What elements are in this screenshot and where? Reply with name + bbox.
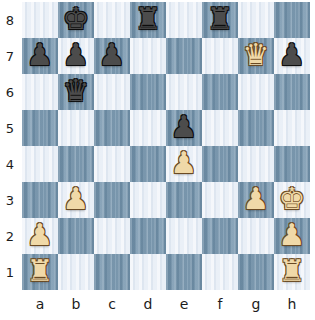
square-h5[interactable] — [274, 110, 310, 146]
square-b7[interactable]: ♟ — [58, 38, 94, 74]
square-h8[interactable] — [274, 2, 310, 38]
square-a4[interactable] — [22, 146, 58, 182]
square-e8[interactable] — [166, 2, 202, 38]
square-g2[interactable] — [238, 218, 274, 254]
piece-black-rook-f8[interactable]: ♜ — [207, 1, 234, 37]
square-d8[interactable]: ♜ — [130, 2, 166, 38]
square-b3[interactable]: ♟ — [58, 182, 94, 218]
piece-black-pawn-a7[interactable]: ♟ — [27, 37, 54, 73]
square-b1[interactable] — [58, 254, 94, 290]
square-g8[interactable] — [238, 2, 274, 38]
square-f7[interactable] — [202, 38, 238, 74]
square-a1[interactable]: ♜ — [22, 254, 58, 290]
piece-white-king-h3[interactable]: ♚ — [279, 181, 306, 217]
square-c8[interactable] — [94, 2, 130, 38]
file-label-b: b — [58, 291, 94, 317]
file-label-f: f — [202, 291, 238, 317]
file-label-d: d — [130, 291, 166, 317]
square-e2[interactable] — [166, 218, 202, 254]
rank-label-1: 1 — [0, 254, 20, 290]
square-g4[interactable] — [238, 146, 274, 182]
square-b5[interactable] — [58, 110, 94, 146]
rank-label-2: 2 — [0, 218, 20, 254]
square-h6[interactable] — [274, 74, 310, 110]
square-d5[interactable] — [130, 110, 166, 146]
square-h1[interactable]: ♜ — [274, 254, 310, 290]
square-d7[interactable] — [130, 38, 166, 74]
square-b4[interactable] — [58, 146, 94, 182]
piece-black-pawn-e5[interactable]: ♟ — [171, 109, 198, 145]
square-e1[interactable] — [166, 254, 202, 290]
square-a8[interactable] — [22, 2, 58, 38]
square-a5[interactable] — [22, 110, 58, 146]
square-c3[interactable] — [94, 182, 130, 218]
square-e7[interactable] — [166, 38, 202, 74]
piece-black-queen-b6[interactable]: ♛ — [63, 73, 90, 109]
square-h7[interactable]: ♟ — [274, 38, 310, 74]
square-d6[interactable] — [130, 74, 166, 110]
square-c2[interactable] — [94, 218, 130, 254]
square-f5[interactable] — [202, 110, 238, 146]
piece-white-pawn-b3[interactable]: ♟ — [63, 181, 90, 217]
rank-label-4: 4 — [0, 146, 20, 182]
square-d2[interactable] — [130, 218, 166, 254]
square-c7[interactable]: ♟ — [94, 38, 130, 74]
square-f8[interactable]: ♜ — [202, 2, 238, 38]
chess-board: ♚♜♜♟♟♟♛♟♛♟♟♟♟♚♟♟♜♜ — [22, 2, 310, 290]
piece-white-queen-g7[interactable]: ♛ — [243, 37, 270, 73]
square-b2[interactable] — [58, 218, 94, 254]
file-label-c: c — [94, 291, 130, 317]
square-a3[interactable] — [22, 182, 58, 218]
square-a6[interactable] — [22, 74, 58, 110]
piece-white-pawn-a2[interactable]: ♟ — [27, 217, 54, 253]
square-e4[interactable]: ♟ — [166, 146, 202, 182]
square-h3[interactable]: ♚ — [274, 182, 310, 218]
piece-white-pawn-g3[interactable]: ♟ — [243, 181, 270, 217]
rank-label-3: 3 — [0, 182, 20, 218]
chess-board-panel: ♚♜♜♟♟♟♛♟♛♟♟♟♟♚♟♟♜♜ 87654321 abcdefgh — [0, 0, 315, 320]
square-d3[interactable] — [130, 182, 166, 218]
piece-white-rook-a1[interactable]: ♜ — [27, 253, 54, 289]
square-g6[interactable] — [238, 74, 274, 110]
piece-black-pawn-c7[interactable]: ♟ — [99, 37, 126, 73]
square-c1[interactable] — [94, 254, 130, 290]
square-d1[interactable] — [130, 254, 166, 290]
rank-label-6: 6 — [0, 74, 20, 110]
piece-white-rook-h1[interactable]: ♜ — [279, 253, 306, 289]
square-a7[interactable]: ♟ — [22, 38, 58, 74]
square-e5[interactable]: ♟ — [166, 110, 202, 146]
square-b6[interactable]: ♛ — [58, 74, 94, 110]
square-c4[interactable] — [94, 146, 130, 182]
rank-label-5: 5 — [0, 110, 20, 146]
file-label-g: g — [238, 291, 274, 317]
square-g3[interactable]: ♟ — [238, 182, 274, 218]
square-f3[interactable] — [202, 182, 238, 218]
square-d4[interactable] — [130, 146, 166, 182]
file-label-e: e — [166, 291, 202, 317]
square-h4[interactable] — [274, 146, 310, 182]
square-c5[interactable] — [94, 110, 130, 146]
square-b8[interactable]: ♚ — [58, 2, 94, 38]
piece-black-king-b8[interactable]: ♚ — [63, 1, 90, 37]
file-label-h: h — [274, 291, 310, 317]
piece-black-pawn-h7[interactable]: ♟ — [279, 37, 306, 73]
piece-black-pawn-b7[interactable]: ♟ — [63, 37, 90, 73]
piece-white-pawn-h2[interactable]: ♟ — [279, 217, 306, 253]
square-e6[interactable] — [166, 74, 202, 110]
square-g1[interactable] — [238, 254, 274, 290]
rank-label-7: 7 — [0, 38, 20, 74]
square-f4[interactable] — [202, 146, 238, 182]
square-f1[interactable] — [202, 254, 238, 290]
square-g5[interactable] — [238, 110, 274, 146]
square-a2[interactable]: ♟ — [22, 218, 58, 254]
square-g7[interactable]: ♛ — [238, 38, 274, 74]
square-h2[interactable]: ♟ — [274, 218, 310, 254]
rank-label-8: 8 — [0, 2, 20, 38]
square-c6[interactable] — [94, 74, 130, 110]
square-f2[interactable] — [202, 218, 238, 254]
piece-black-rook-d8[interactable]: ♜ — [135, 1, 162, 37]
file-label-a: a — [22, 291, 58, 317]
piece-white-pawn-e4[interactable]: ♟ — [171, 145, 198, 181]
square-e3[interactable] — [166, 182, 202, 218]
square-f6[interactable] — [202, 74, 238, 110]
